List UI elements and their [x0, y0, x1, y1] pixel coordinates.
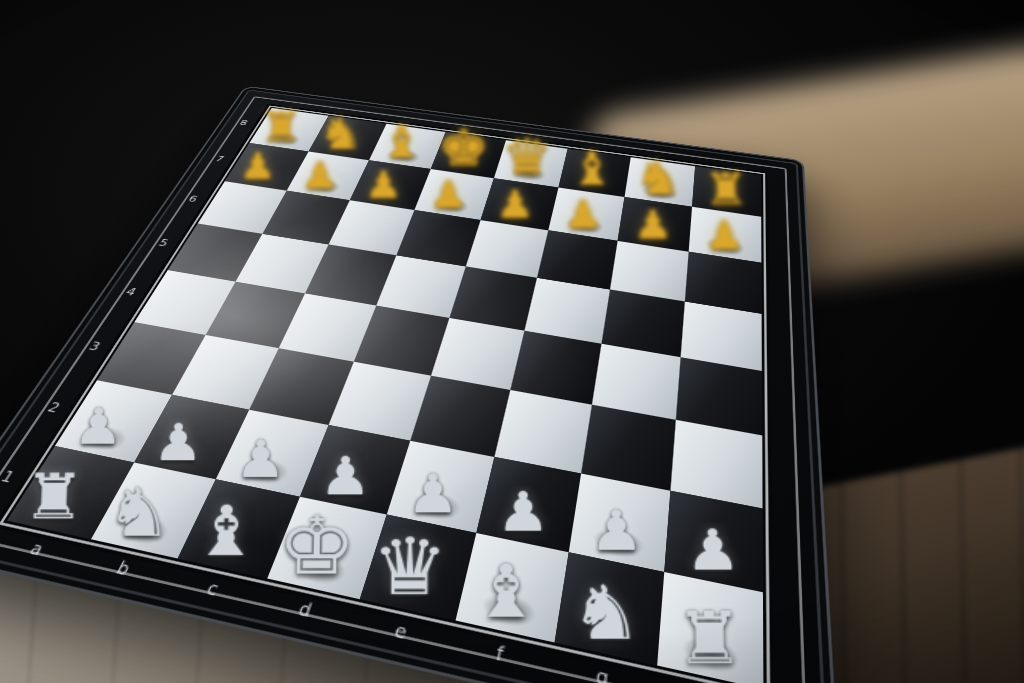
- rank-label-5: 5: [156, 237, 171, 248]
- square-a5[interactable]: [168, 223, 263, 281]
- piece-silver-pawn-f2[interactable]: ♟: [477, 486, 570, 541]
- board-frame: ♜♞♝♚♛♝♞♜♟♟♟♟♟♟♟♟♟♟♟♟♟♟♟♟♜♞♝♚♛♝♞♜ abcdefg…: [0, 89, 827, 683]
- chessboard-scene: ♜♞♝♚♛♝♞♜♟♟♟♟♟♟♟♟♟♟♟♟♟♟♟♟♜♞♝♚♛♝♞♜ abcdefg…: [100, 0, 780, 676]
- piece-silver-knight-g1[interactable]: ♞: [555, 576, 658, 651]
- piece-silver-queen-e1[interactable]: ♛: [361, 528, 459, 607]
- piece-silver-king-d1[interactable]: ♚: [268, 506, 365, 586]
- file-label-f: f: [494, 643, 506, 666]
- piece-gold-king-d8[interactable]: ♚: [431, 122, 495, 174]
- rank-label-3: 3: [86, 339, 104, 353]
- square-b3[interactable]: [172, 335, 279, 410]
- piece-silver-pawn-g2[interactable]: ♟: [569, 504, 664, 560]
- board-grid: ♜♞♝♚♛♝♞♜♟♟♟♟♟♟♟♟♟♟♟♟♟♟♟♟♜♞♝♚♛♝♞♜: [7, 108, 763, 683]
- piece-gold-rook-a8[interactable]: ♜: [250, 106, 313, 147]
- piece-gold-pawn-g7[interactable]: ♟: [618, 206, 689, 246]
- square-h1[interactable]: ♜: [657, 572, 763, 683]
- square-e6[interactable]: [466, 220, 548, 278]
- file-label-b: b: [113, 558, 134, 579]
- piece-silver-pawn-b2[interactable]: ♟: [134, 418, 223, 469]
- piece-silver-bishop-f1[interactable]: ♝: [456, 555, 556, 628]
- square-d5[interactable]: [376, 255, 466, 318]
- square-f5[interactable]: [524, 278, 610, 344]
- piece-silver-pawn-e2[interactable]: ♟: [387, 468, 479, 522]
- square-g1[interactable]: ♞: [555, 552, 665, 665]
- piece-gold-pawn-b7[interactable]: ♟: [287, 157, 354, 195]
- rank-label-8: 8: [238, 118, 250, 127]
- file-label-g: g: [595, 665, 611, 683]
- chess-photo-scene: ♜♞♝♚♛♝♞♜♟♟♟♟♟♟♟♟♟♟♟♟♟♟♟♟♜♞♝♚♛♝♞♜ abcdefg…: [0, 0, 1024, 683]
- piece-silver-knight-b1[interactable]: ♞: [91, 478, 186, 546]
- file-label-e: e: [392, 620, 410, 644]
- file-label-d: d: [296, 599, 315, 622]
- piece-gold-knight-b8[interactable]: ♞: [309, 111, 372, 155]
- chessboard: ♜♞♝♚♛♝♞♜♟♟♟♟♟♟♟♟♟♟♟♟♟♟♟♟♜♞♝♚♛♝♞♜ abcdefg…: [0, 89, 827, 683]
- piece-gold-pawn-e7[interactable]: ♟: [481, 186, 550, 225]
- rank-label-4: 4: [123, 286, 139, 299]
- piece-gold-pawn-d7[interactable]: ♟: [415, 176, 483, 214]
- piece-gold-pawn-h7[interactable]: ♟: [689, 216, 761, 257]
- piece-silver-pawn-c2[interactable]: ♟: [216, 434, 306, 486]
- piece-silver-pawn-a2[interactable]: ♟: [54, 402, 142, 452]
- file-label-c: c: [204, 578, 223, 600]
- square-f3[interactable]: [494, 390, 591, 474]
- piece-silver-pawn-h2[interactable]: ♟: [664, 523, 761, 580]
- piece-gold-rook-h8[interactable]: ♜: [692, 167, 760, 212]
- piece-gold-pawn-c7[interactable]: ♟: [350, 167, 417, 205]
- piece-silver-bishop-c1[interactable]: ♝: [178, 497, 274, 566]
- rank-label-6: 6: [186, 194, 200, 204]
- piece-silver-rook-h1[interactable]: ♜: [657, 602, 762, 674]
- square-g6[interactable]: [610, 241, 689, 302]
- file-label-a: a: [26, 539, 47, 560]
- piece-gold-pawn-a7[interactable]: ♟: [225, 148, 291, 185]
- piece-gold-bishop-f8[interactable]: ♝: [559, 146, 625, 192]
- square-e5[interactable]: [449, 266, 537, 330]
- square-f1[interactable]: ♝: [456, 533, 569, 642]
- piece-gold-queen-e8[interactable]: ♛: [494, 132, 559, 182]
- piece-silver-pawn-d2[interactable]: ♟: [300, 451, 391, 504]
- piece-gold-pawn-f7[interactable]: ♟: [549, 196, 619, 235]
- piece-gold-bishop-c8[interactable]: ♝: [369, 120, 433, 165]
- piece-gold-knight-g8[interactable]: ♞: [625, 155, 692, 202]
- piece-silver-rook-a1[interactable]: ♜: [7, 465, 101, 528]
